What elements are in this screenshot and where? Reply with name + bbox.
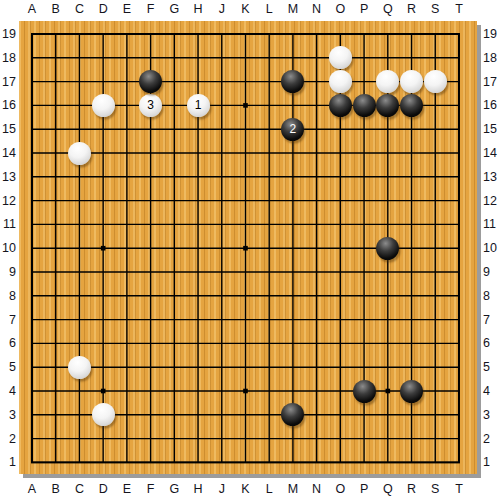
- col-label-bottom-S: S: [424, 481, 446, 497]
- stone-black-P16: [353, 94, 376, 117]
- col-label-bottom-Q: Q: [377, 481, 399, 497]
- col-label-top-Q: Q: [377, 1, 399, 17]
- row-label-right-9: 9: [483, 264, 500, 280]
- row-label-left-16: 16: [0, 97, 16, 113]
- col-label-bottom-R: R: [401, 481, 423, 497]
- col-label-bottom-M: M: [282, 481, 304, 497]
- col-label-top-A: A: [21, 1, 43, 17]
- stone-white-C14: [68, 142, 91, 165]
- row-label-left-1: 1: [0, 454, 16, 470]
- stone-white-O17: [329, 70, 352, 93]
- row-label-left-19: 19: [0, 26, 16, 42]
- row-label-left-2: 2: [0, 431, 16, 447]
- row-label-right-5: 5: [483, 359, 500, 375]
- col-label-bottom-P: P: [353, 481, 375, 497]
- col-label-bottom-C: C: [68, 481, 90, 497]
- col-label-bottom-G: G: [163, 481, 185, 497]
- col-label-bottom-A: A: [21, 481, 43, 497]
- row-label-right-4: 4: [483, 383, 500, 399]
- stone-black-P4: [353, 380, 376, 403]
- row-label-right-18: 18: [483, 50, 500, 66]
- row-label-left-8: 8: [0, 288, 16, 304]
- col-label-top-P: P: [353, 1, 375, 17]
- row-label-left-11: 11: [0, 216, 16, 232]
- row-label-right-14: 14: [483, 145, 500, 161]
- row-label-right-16: 16: [483, 97, 500, 113]
- col-label-top-L: L: [258, 1, 280, 17]
- col-label-bottom-F: F: [140, 481, 162, 497]
- stone-white-C5: [68, 356, 91, 379]
- col-label-top-O: O: [329, 1, 351, 17]
- row-label-right-6: 6: [483, 335, 500, 351]
- col-label-bottom-J: J: [211, 481, 233, 497]
- row-label-left-14: 14: [0, 145, 16, 161]
- stone-black-Q10: [376, 237, 399, 260]
- row-label-left-3: 3: [0, 407, 16, 423]
- go-board[interactable]: 312: [19, 21, 477, 474]
- row-label-right-19: 19: [483, 26, 500, 42]
- col-label-bottom-O: O: [329, 481, 351, 497]
- star-point-K10: [243, 246, 248, 251]
- col-label-top-R: R: [401, 1, 423, 17]
- col-label-top-D: D: [92, 1, 114, 17]
- row-label-right-15: 15: [483, 121, 500, 137]
- star-point-D4: [101, 389, 106, 394]
- move-number: 2: [281, 118, 304, 141]
- row-label-left-15: 15: [0, 121, 16, 137]
- row-label-right-2: 2: [483, 431, 500, 447]
- stone-white-R17: [400, 70, 423, 93]
- row-label-right-17: 17: [483, 74, 500, 90]
- stone-white-F16-move-3: 3: [139, 94, 162, 117]
- row-label-left-6: 6: [0, 335, 16, 351]
- move-number: 1: [187, 94, 210, 117]
- row-label-right-11: 11: [483, 216, 500, 232]
- row-label-left-5: 5: [0, 359, 16, 375]
- col-label-bottom-B: B: [45, 481, 67, 497]
- stone-white-S17: [424, 70, 447, 93]
- col-label-top-H: H: [187, 1, 209, 17]
- col-label-bottom-L: L: [258, 481, 280, 497]
- star-point-K16: [243, 103, 248, 108]
- stone-white-H16-move-1: 1: [187, 94, 210, 117]
- stone-white-O18: [329, 46, 352, 69]
- col-label-top-F: F: [140, 1, 162, 17]
- star-point-K4: [243, 389, 248, 394]
- col-label-bottom-N: N: [306, 481, 328, 497]
- row-label-right-1: 1: [483, 454, 500, 470]
- stone-white-D16: [92, 94, 115, 117]
- row-label-left-9: 9: [0, 264, 16, 280]
- col-label-bottom-T: T: [448, 481, 470, 497]
- row-label-left-12: 12: [0, 193, 16, 209]
- col-label-top-C: C: [68, 1, 90, 17]
- col-label-top-N: N: [306, 1, 328, 17]
- row-label-left-10: 10: [0, 240, 16, 256]
- row-label-right-7: 7: [483, 312, 500, 328]
- stone-black-R16: [400, 94, 423, 117]
- col-label-top-G: G: [163, 1, 185, 17]
- col-label-bottom-E: E: [116, 481, 138, 497]
- row-label-left-13: 13: [0, 169, 16, 185]
- star-point-Q4: [386, 389, 391, 394]
- row-label-right-8: 8: [483, 288, 500, 304]
- col-label-top-K: K: [234, 1, 256, 17]
- stone-black-O16: [329, 94, 352, 117]
- col-label-top-J: J: [211, 1, 233, 17]
- col-label-bottom-K: K: [234, 481, 256, 497]
- row-label-left-7: 7: [0, 312, 16, 328]
- row-label-right-10: 10: [483, 240, 500, 256]
- col-label-top-E: E: [116, 1, 138, 17]
- stone-white-D3: [92, 403, 115, 426]
- move-number: 3: [139, 94, 162, 117]
- row-label-right-3: 3: [483, 407, 500, 423]
- star-point-D10: [101, 246, 106, 251]
- col-label-bottom-H: H: [187, 481, 209, 497]
- row-label-left-18: 18: [0, 50, 16, 66]
- row-label-right-12: 12: [483, 193, 500, 209]
- row-label-right-13: 13: [483, 169, 500, 185]
- go-diagram-screen: 312 AABBCCDDEEFFGGHHJJKKLLMMNNOOPPQQRRSS…: [0, 0, 500, 500]
- col-label-top-M: M: [282, 1, 304, 17]
- col-label-top-T: T: [448, 1, 470, 17]
- col-label-bottom-D: D: [92, 481, 114, 497]
- row-label-left-17: 17: [0, 74, 16, 90]
- stone-black-R4: [400, 380, 423, 403]
- stone-black-M15-move-2: 2: [281, 118, 304, 141]
- col-label-top-S: S: [424, 1, 446, 17]
- row-label-left-4: 4: [0, 383, 16, 399]
- col-label-top-B: B: [45, 1, 67, 17]
